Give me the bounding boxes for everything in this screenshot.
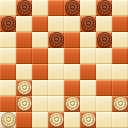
square-r0c7-cream[interactable] — [112, 0, 128, 16]
square-r5c5-cream[interactable] — [80, 80, 96, 96]
light-checker-piece[interactable] — [49, 112, 64, 127]
square-r7c1-orange[interactable] — [16, 112, 32, 128]
light-checker-piece[interactable] — [17, 96, 32, 111]
square-r2c1-orange[interactable] — [16, 32, 32, 48]
square-r7c2-cream[interactable] — [32, 112, 48, 128]
square-r3c5-cream[interactable] — [80, 48, 96, 64]
square-r3c7-orange[interactable] — [112, 48, 128, 64]
dark-checker-piece[interactable] — [97, 0, 112, 15]
square-r6c2-cream[interactable] — [32, 96, 48, 112]
square-r4c0-orange[interactable] — [0, 64, 16, 80]
square-r0c5-cream[interactable] — [80, 0, 96, 16]
square-r6c1-orange[interactable] — [16, 96, 32, 112]
dark-checker-piece[interactable] — [17, 0, 32, 15]
square-r7c3-orange[interactable] — [48, 112, 64, 128]
square-r1c4-cream[interactable] — [64, 16, 80, 32]
square-r1c7-orange[interactable] — [112, 16, 128, 32]
square-r2c7-cream[interactable] — [112, 32, 128, 48]
dark-checker-piece[interactable] — [97, 32, 112, 47]
square-r3c2-orange[interactable] — [32, 48, 48, 64]
square-r0c2-cream[interactable] — [32, 0, 48, 16]
square-r1c3-cream[interactable] — [48, 16, 64, 32]
square-r0c3-orange[interactable] — [48, 0, 64, 16]
square-r4c3-cream[interactable] — [48, 64, 64, 80]
square-r7c7-cream[interactable] — [112, 112, 128, 128]
square-r7c5-orange[interactable] — [80, 112, 96, 128]
square-r4c6-cream[interactable] — [96, 64, 112, 80]
square-r3c1-orange[interactable] — [16, 48, 32, 64]
square-r6c4-orange[interactable] — [64, 96, 80, 112]
square-r7c6-cream[interactable] — [96, 112, 112, 128]
square-r4c4-cream[interactable] — [64, 64, 80, 80]
square-r5c1-orange[interactable] — [16, 80, 32, 96]
square-r5c2-cream[interactable] — [32, 80, 48, 96]
light-checker-piece[interactable] — [1, 112, 16, 127]
square-r1c5-orange[interactable] — [80, 16, 96, 32]
square-r6c3-cream[interactable] — [48, 96, 64, 112]
square-r1c0-orange[interactable] — [0, 16, 16, 32]
light-checker-piece[interactable] — [113, 96, 128, 111]
square-r5c3-cream[interactable] — [48, 80, 64, 96]
square-r2c4-orange[interactable] — [64, 32, 80, 48]
square-r1c2-orange[interactable] — [32, 16, 48, 32]
square-r0c6-orange[interactable] — [96, 0, 112, 16]
square-r2c5-cream[interactable] — [80, 32, 96, 48]
square-r5c6-orange[interactable] — [96, 80, 112, 96]
square-r3c6-cream[interactable] — [96, 48, 112, 64]
square-r5c7-orange[interactable] — [112, 80, 128, 96]
light-checker-piece[interactable] — [17, 80, 32, 95]
square-r3c3-cream[interactable] — [48, 48, 64, 64]
square-r4c5-orange[interactable] — [80, 64, 96, 80]
square-r3c0-cream[interactable] — [0, 48, 16, 64]
square-r6c7-orange[interactable] — [112, 96, 128, 112]
square-r4c1-cream[interactable] — [16, 64, 32, 80]
dark-checker-piece[interactable] — [1, 16, 16, 31]
square-r0c4-orange[interactable] — [64, 0, 80, 16]
square-r3c4-orange[interactable] — [64, 48, 80, 64]
square-r4c7-cream[interactable] — [112, 64, 128, 80]
square-r6c0-orange[interactable] — [0, 96, 16, 112]
dark-checker-piece[interactable] — [81, 16, 96, 31]
light-checker-piece[interactable] — [81, 112, 96, 127]
square-r6c6-cream[interactable] — [96, 96, 112, 112]
square-r1c1-cream[interactable] — [16, 16, 32, 32]
square-r0c1-orange[interactable] — [16, 0, 32, 16]
square-r2c0-cream[interactable] — [0, 32, 16, 48]
dark-checker-piece[interactable] — [49, 32, 64, 47]
square-r1c6-cream[interactable] — [96, 16, 112, 32]
square-r6c5-cream[interactable] — [80, 96, 96, 112]
square-r0c0-cream[interactable] — [0, 0, 16, 16]
square-r2c2-cream[interactable] — [32, 32, 48, 48]
square-r5c4-orange[interactable] — [64, 80, 80, 96]
light-checker-piece[interactable] — [65, 96, 80, 111]
square-r5c0-cream[interactable] — [0, 80, 16, 96]
square-r2c3-orange[interactable] — [48, 32, 64, 48]
square-r7c0-cream[interactable] — [0, 112, 16, 128]
square-r4c2-orange[interactable] — [32, 64, 48, 80]
dark-checker-piece[interactable] — [65, 0, 80, 15]
square-r2c6-orange[interactable] — [96, 32, 112, 48]
checkers-board — [0, 0, 128, 128]
square-r7c4-cream[interactable] — [64, 112, 80, 128]
